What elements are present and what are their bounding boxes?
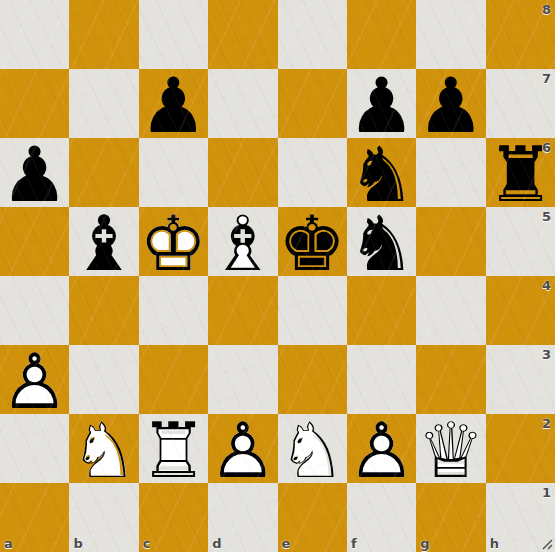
black-bishop-glyph: ♝	[69, 209, 138, 278]
square-h2[interactable]: 2	[486, 414, 555, 483]
square-g1[interactable]: g	[416, 483, 485, 552]
square-h6[interactable]: ♜6	[486, 138, 555, 207]
square-f7[interactable]: ♟	[347, 69, 416, 138]
square-g5[interactable]	[416, 207, 485, 276]
square-a3[interactable]: ♟♙	[0, 345, 69, 414]
white-rook-outline: ♖	[139, 416, 208, 485]
square-b4[interactable]	[69, 276, 138, 345]
square-h7[interactable]: 7	[486, 69, 555, 138]
white-pawn[interactable]: ♟♙	[0, 345, 69, 414]
file-label-a: a	[4, 536, 13, 551]
square-c7[interactable]: ♟	[139, 69, 208, 138]
white-knight[interactable]: ♞♘	[69, 414, 138, 483]
rank-label-8: 8	[542, 2, 551, 17]
black-pawn-glyph: ♟	[0, 140, 69, 209]
square-g7[interactable]: ♟	[416, 69, 485, 138]
square-c2[interactable]: ♜♖	[139, 414, 208, 483]
black-pawn[interactable]: ♟	[347, 69, 416, 138]
square-c4[interactable]	[139, 276, 208, 345]
square-e2[interactable]: ♞♘	[278, 414, 347, 483]
black-pawn[interactable]: ♟	[416, 69, 485, 138]
board-resize-handle-icon[interactable]	[540, 537, 554, 551]
black-pawn-glyph: ♟	[416, 71, 485, 140]
square-e6[interactable]	[278, 138, 347, 207]
white-queen[interactable]: ♛♕	[416, 414, 485, 483]
square-d2[interactable]: ♟♙	[208, 414, 277, 483]
file-label-f: f	[351, 536, 357, 551]
white-knight[interactable]: ♞♘	[278, 414, 347, 483]
square-h3[interactable]: 3	[486, 345, 555, 414]
black-knight[interactable]: ♞	[347, 138, 416, 207]
square-a2[interactable]	[0, 414, 69, 483]
black-rook[interactable]: ♜	[486, 138, 555, 207]
square-f1[interactable]: f	[347, 483, 416, 552]
white-king-outline: ♔	[139, 209, 208, 278]
white-rook[interactable]: ♜♖	[139, 414, 208, 483]
square-g4[interactable]	[416, 276, 485, 345]
square-b6[interactable]	[69, 138, 138, 207]
square-d6[interactable]	[208, 138, 277, 207]
square-e4[interactable]	[278, 276, 347, 345]
square-d5[interactable]: ♝♗	[208, 207, 277, 276]
file-label-d: d	[212, 536, 221, 551]
file-label-g: g	[420, 536, 429, 551]
white-pawn-outline: ♙	[208, 416, 277, 485]
square-d8[interactable]	[208, 0, 277, 69]
square-b1[interactable]: b	[69, 483, 138, 552]
rank-label-5: 5	[542, 209, 551, 224]
black-king-glyph: ♚	[278, 209, 347, 278]
square-h4[interactable]: 4	[486, 276, 555, 345]
white-pawn-outline: ♙	[0, 347, 69, 416]
square-e3[interactable]	[278, 345, 347, 414]
white-pawn[interactable]: ♟♙	[347, 414, 416, 483]
square-f2[interactable]: ♟♙	[347, 414, 416, 483]
square-h5[interactable]: 5	[486, 207, 555, 276]
white-queen-outline: ♕	[416, 416, 485, 485]
square-b2[interactable]: ♞♘	[69, 414, 138, 483]
rank-label-1: 1	[542, 485, 551, 500]
square-e8[interactable]	[278, 0, 347, 69]
square-a5[interactable]	[0, 207, 69, 276]
square-c3[interactable]	[139, 345, 208, 414]
black-pawn-glyph: ♟	[139, 71, 208, 140]
file-label-c: c	[143, 536, 151, 551]
black-pawn[interactable]: ♟	[0, 138, 69, 207]
square-f3[interactable]	[347, 345, 416, 414]
rank-label-4: 4	[542, 278, 551, 293]
black-bishop[interactable]: ♝	[69, 207, 138, 276]
square-b5[interactable]: ♝	[69, 207, 138, 276]
white-pawn-outline: ♙	[347, 416, 416, 485]
white-bishop-outline: ♗	[208, 209, 277, 278]
white-pawn[interactable]: ♟♙	[208, 414, 277, 483]
square-c5[interactable]: ♚♔	[139, 207, 208, 276]
square-d1[interactable]: d	[208, 483, 277, 552]
black-pawn[interactable]: ♟	[139, 69, 208, 138]
square-e1[interactable]: e	[278, 483, 347, 552]
black-king[interactable]: ♚	[278, 207, 347, 276]
square-e5[interactable]: ♚	[278, 207, 347, 276]
square-d3[interactable]	[208, 345, 277, 414]
black-rook-glyph: ♜	[486, 140, 555, 209]
white-knight-outline: ♘	[69, 416, 138, 485]
square-a8[interactable]	[0, 0, 69, 69]
square-f6[interactable]: ♞	[347, 138, 416, 207]
square-f8[interactable]	[347, 0, 416, 69]
white-knight-outline: ♘	[278, 416, 347, 485]
square-a6[interactable]: ♟	[0, 138, 69, 207]
square-a7[interactable]	[0, 69, 69, 138]
square-d4[interactable]	[208, 276, 277, 345]
square-b8[interactable]	[69, 0, 138, 69]
file-label-h: h	[490, 536, 499, 551]
square-b3[interactable]	[69, 345, 138, 414]
rank-label-3: 3	[542, 347, 551, 362]
square-a4[interactable]	[0, 276, 69, 345]
square-c6[interactable]	[139, 138, 208, 207]
square-g3[interactable]	[416, 345, 485, 414]
black-knight[interactable]: ♞	[347, 207, 416, 276]
square-b7[interactable]	[69, 69, 138, 138]
square-a1[interactable]: a	[0, 483, 69, 552]
square-g6[interactable]	[416, 138, 485, 207]
square-h8[interactable]: 8	[486, 0, 555, 69]
square-f4[interactable]	[347, 276, 416, 345]
square-d7[interactable]	[208, 69, 277, 138]
square-g2[interactable]: ♛♕	[416, 414, 485, 483]
white-bishop[interactable]: ♝♗	[208, 207, 277, 276]
black-knight-glyph: ♞	[347, 209, 416, 278]
file-label-b: b	[73, 536, 82, 551]
square-c8[interactable]	[139, 0, 208, 69]
square-e7[interactable]	[278, 69, 347, 138]
file-label-e: e	[282, 536, 291, 551]
rank-label-7: 7	[542, 71, 551, 86]
square-g8[interactable]	[416, 0, 485, 69]
white-king[interactable]: ♚♔	[139, 207, 208, 276]
square-c1[interactable]: c	[139, 483, 208, 552]
rank-label-2: 2	[542, 416, 551, 431]
square-f5[interactable]: ♞	[347, 207, 416, 276]
chess-board: 8♟♟♟7♟♞♜6♝♚♔♝♗♚♞54♟♙3♞♘♜♖♟♙♞♘♟♙♛♕2abcdef…	[0, 0, 555, 552]
